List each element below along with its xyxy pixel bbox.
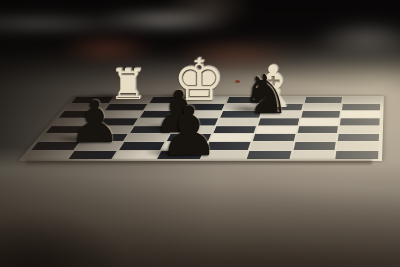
photo-chess-scene: ♜♚♝♞♟♟♟ <box>0 0 400 267</box>
foreground-blur-shade <box>0 168 400 267</box>
black-pawn-left: ♟ <box>69 93 121 151</box>
black-pawn-mid-front: ♟ <box>159 98 220 166</box>
black-knight: ♞ <box>242 68 290 122</box>
